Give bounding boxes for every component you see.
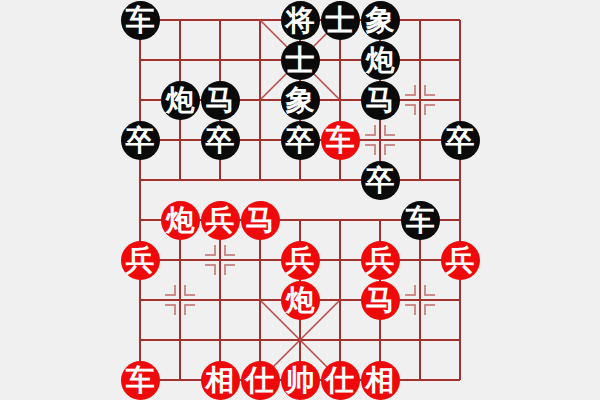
piece-red-cannon[interactable]: 炮 xyxy=(281,281,320,320)
piece-red-soldier[interactable]: 兵 xyxy=(441,241,480,280)
piece-black-soldier[interactable]: 卒 xyxy=(361,161,400,200)
piece-red-soldier[interactable]: 兵 xyxy=(361,241,400,280)
piece-black-horse[interactable]: 马 xyxy=(201,81,240,120)
piece-black-cannon[interactable]: 炮 xyxy=(161,81,200,120)
piece-black-advisor[interactable]: 士 xyxy=(281,41,320,80)
piece-black-soldier[interactable]: 卒 xyxy=(281,121,320,160)
piece-red-soldier[interactable]: 兵 xyxy=(281,241,320,280)
xiangqi-app: 车将士象士炮炮马象马卒卒卒车卒卒炮兵马车兵兵兵兵炮马车相仕帅仕相 xyxy=(0,0,600,400)
piece-black-elephant[interactable]: 象 xyxy=(281,81,320,120)
piece-black-horse[interactable]: 马 xyxy=(361,81,400,120)
piece-black-chariot[interactable]: 车 xyxy=(121,1,160,40)
piece-red-chariot[interactable]: 车 xyxy=(321,121,360,160)
piece-red-cannon[interactable]: 炮 xyxy=(161,201,200,240)
piece-black-chariot[interactable]: 车 xyxy=(401,201,440,240)
piece-red-advisor[interactable]: 仕 xyxy=(241,361,280,400)
piece-red-advisor[interactable]: 仕 xyxy=(321,361,360,400)
piece-red-horse[interactable]: 马 xyxy=(241,201,280,240)
xiangqi-board[interactable]: 车将士象士炮炮马象马卒卒卒车卒卒炮兵马车兵兵兵兵炮马车相仕帅仕相 xyxy=(120,0,480,400)
piece-red-general[interactable]: 帅 xyxy=(281,361,320,400)
piece-red-horse[interactable]: 马 xyxy=(361,281,400,320)
piece-black-cannon[interactable]: 炮 xyxy=(361,41,400,80)
piece-black-general[interactable]: 将 xyxy=(281,1,320,40)
piece-black-soldier[interactable]: 卒 xyxy=(121,121,160,160)
piece-black-soldier[interactable]: 卒 xyxy=(441,121,480,160)
piece-red-soldier[interactable]: 兵 xyxy=(201,201,240,240)
piece-red-elephant[interactable]: 相 xyxy=(201,361,240,400)
piece-black-elephant[interactable]: 象 xyxy=(361,1,400,40)
piece-red-elephant[interactable]: 相 xyxy=(361,361,400,400)
piece-black-advisor[interactable]: 士 xyxy=(321,1,360,40)
piece-black-soldier[interactable]: 卒 xyxy=(201,121,240,160)
piece-red-chariot[interactable]: 车 xyxy=(121,361,160,400)
piece-red-soldier[interactable]: 兵 xyxy=(121,241,160,280)
